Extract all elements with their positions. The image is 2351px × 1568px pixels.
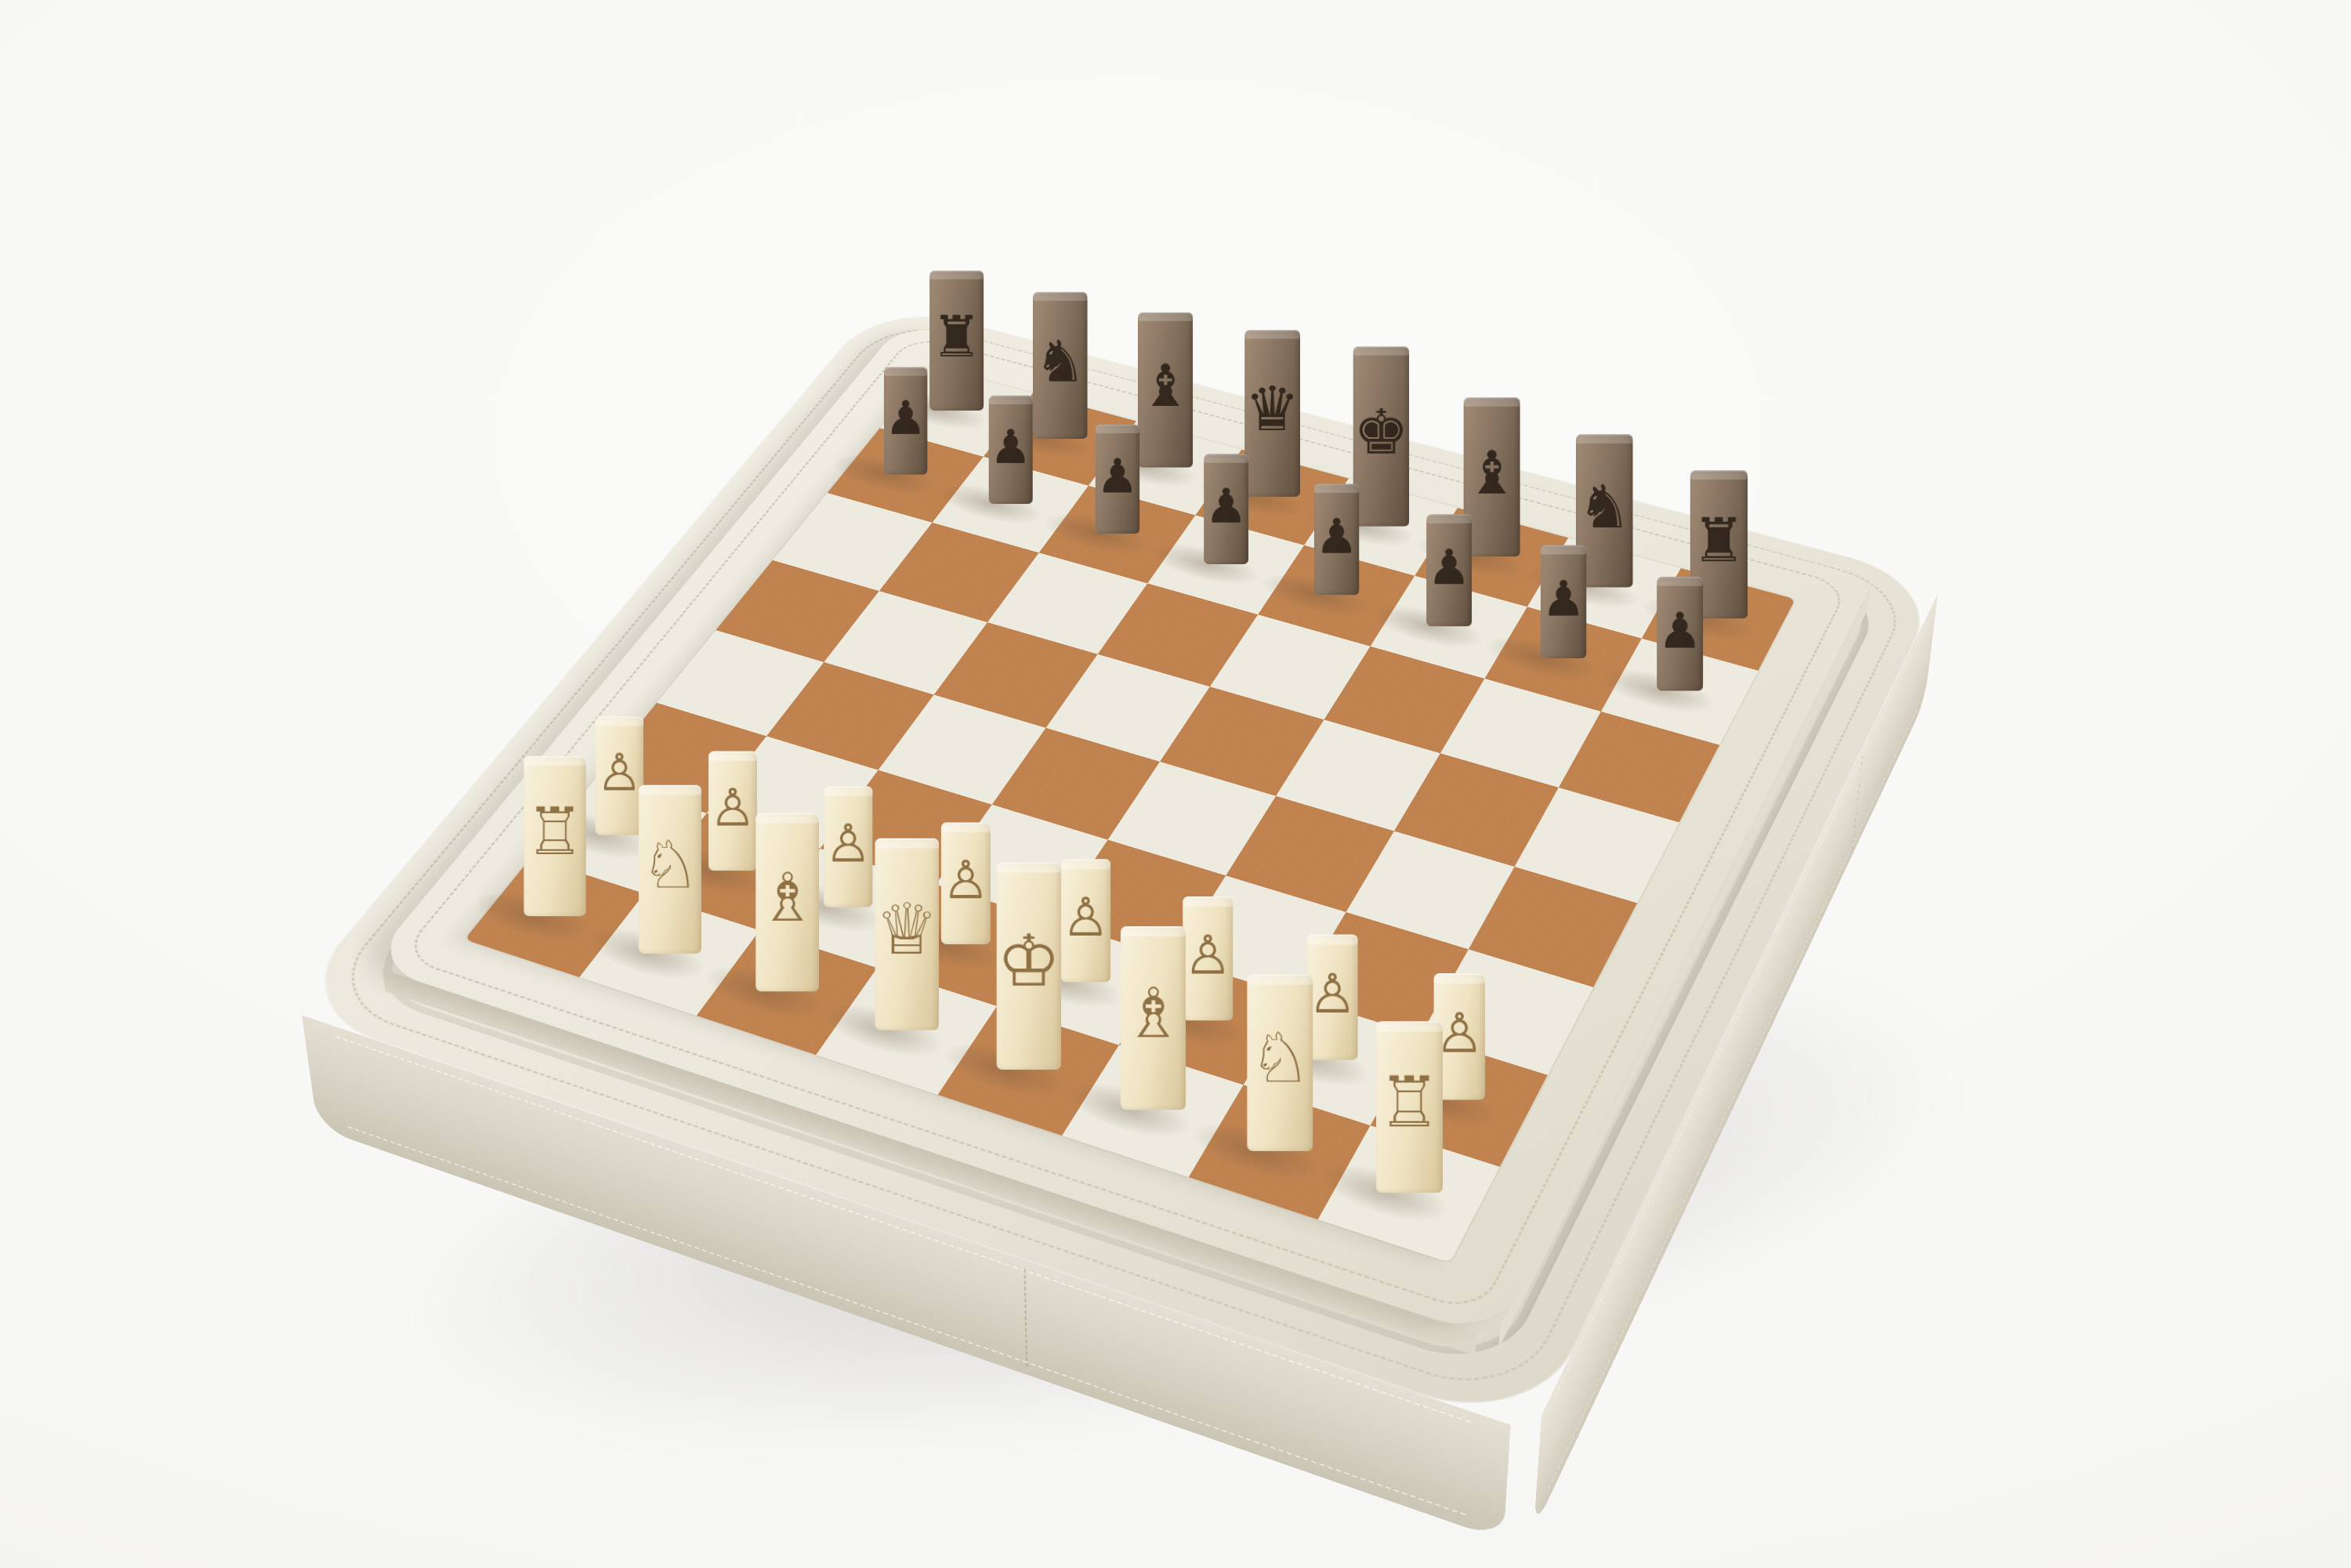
white-bishop-glyph: ♗ bbox=[755, 859, 819, 936]
white-pawn-block: ♙ bbox=[596, 716, 643, 835]
white-pawn-glyph: ♙ bbox=[1061, 886, 1111, 948]
white-knight-glyph: ♘ bbox=[639, 826, 701, 903]
white-pawn-glyph: ♙ bbox=[596, 743, 643, 802]
white-bishop-block: ♗ bbox=[1121, 926, 1186, 1110]
chess-box-assembly: ♜♞♝♛♚♝♞♜♟♟♟♟♟♟♟♟♙♙♙♙♙♙♙♙♖♘♗♕♔♗♘♖ bbox=[284, 300, 1943, 1433]
white-bishop-glyph: ♗ bbox=[1121, 973, 1186, 1053]
white-knight-block: ♘ bbox=[639, 785, 701, 954]
white-pawn-glyph: ♙ bbox=[824, 813, 873, 874]
white-rook-block: ♖ bbox=[1376, 1021, 1443, 1193]
photo-scene: ♜♞♝♛♚♝♞♜♟♟♟♟♟♟♟♟♙♙♙♙♙♙♙♙♖♘♗♕♔♗♘♖ bbox=[0, 0, 2351, 1568]
white-pawn-block: ♙ bbox=[1307, 934, 1358, 1059]
white-bishop-block: ♗ bbox=[755, 813, 819, 992]
white-pawn-glyph: ♙ bbox=[941, 849, 991, 911]
white-queen-glyph: ♕ bbox=[875, 888, 940, 970]
white-knight-block: ♘ bbox=[1247, 974, 1313, 1151]
white-queen-block: ♕ bbox=[875, 838, 940, 1030]
white-pawn-glyph: ♙ bbox=[1307, 962, 1358, 1025]
white-rook-glyph: ♖ bbox=[1376, 1062, 1443, 1143]
white-pawn-block: ♙ bbox=[824, 787, 873, 907]
white-rook-block: ♖ bbox=[523, 756, 585, 917]
white-king-block: ♔ bbox=[997, 862, 1061, 1070]
white-pawn-block: ♙ bbox=[708, 751, 757, 871]
white-king-glyph: ♔ bbox=[997, 919, 1061, 1002]
white-pawn-glyph: ♙ bbox=[1183, 924, 1233, 986]
white-knight-glyph: ♘ bbox=[1247, 1017, 1313, 1098]
white-rook-glyph: ♖ bbox=[523, 794, 585, 870]
white-pawn-block: ♙ bbox=[1061, 859, 1111, 982]
product-photo-canvas: ♜♞♝♛♚♝♞♜♟♟♟♟♟♟♟♟♙♙♙♙♙♙♙♙♖♘♗♕♔♗♘♖ bbox=[0, 0, 2351, 1568]
white-pawn-glyph: ♙ bbox=[708, 777, 757, 837]
white-pawn-block: ♙ bbox=[941, 822, 991, 944]
front-leather-seam bbox=[1023, 1269, 1027, 1367]
white-pawn-block: ♙ bbox=[1183, 896, 1233, 1021]
